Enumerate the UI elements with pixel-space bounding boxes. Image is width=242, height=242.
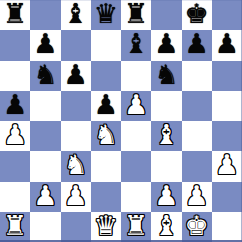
square-a8[interactable]: ♜ [0,0,30,30]
piece-black-pawn[interactable]: ♟ [94,91,118,120]
square-c8[interactable]: ♝ [61,0,91,30]
square-g2[interactable]: ♟ [182,182,212,212]
square-d7[interactable] [91,30,121,60]
piece-black-pawn[interactable]: ♟ [215,30,239,59]
piece-white-pawn[interactable]: ♟ [64,182,88,211]
square-b2[interactable]: ♟ [30,182,60,212]
piece-black-pawn[interactable]: ♟ [185,30,209,59]
square-e7[interactable]: ♝ [121,30,151,60]
square-f4[interactable]: ♝ [151,121,181,151]
square-b6[interactable]: ♞ [30,61,60,91]
square-b1[interactable] [30,212,60,242]
square-b8[interactable] [30,0,60,30]
piece-white-knight[interactable]: ♞ [64,151,88,180]
square-e6[interactable] [121,61,151,91]
square-h8[interactable] [212,0,242,30]
square-f3[interactable] [151,151,181,181]
square-e4[interactable] [121,121,151,151]
square-a3[interactable] [0,151,30,181]
square-a1[interactable]: ♜ [0,212,30,242]
square-g7[interactable]: ♟ [182,30,212,60]
piece-white-queen[interactable]: ♛ [94,212,118,241]
chess-board-wrapper: ♜♝♛♜♚♟♝♟♟♟♞♟♞♟♟♟♟♞♝♞♟♟♟♟♟♜♛♜♝♚ [0,0,242,242]
square-c2[interactable]: ♟ [61,182,91,212]
piece-white-pawn[interactable]: ♟ [124,91,148,120]
square-h1[interactable] [212,212,242,242]
square-h5[interactable] [212,91,242,121]
piece-black-bishop[interactable]: ♝ [124,30,148,59]
square-g3[interactable] [182,151,212,181]
square-c1[interactable] [61,212,91,242]
piece-black-queen[interactable]: ♛ [94,0,118,29]
piece-white-rook[interactable]: ♜ [3,212,27,241]
square-b4[interactable] [30,121,60,151]
piece-white-bishop[interactable]: ♝ [154,121,178,150]
piece-white-pawn[interactable]: ♟ [3,121,27,150]
piece-black-knight[interactable]: ♞ [33,61,57,90]
square-a6[interactable] [0,61,30,91]
square-b3[interactable] [30,151,60,181]
square-h4[interactable] [212,121,242,151]
square-d8[interactable]: ♛ [91,0,121,30]
square-d1[interactable]: ♛ [91,212,121,242]
square-h7[interactable]: ♟ [212,30,242,60]
square-f1[interactable]: ♝ [151,212,181,242]
piece-white-pawn[interactable]: ♟ [33,182,57,211]
square-f8[interactable] [151,0,181,30]
square-b5[interactable] [30,91,60,121]
square-f5[interactable] [151,91,181,121]
piece-white-pawn[interactable]: ♟ [154,182,178,211]
piece-black-knight[interactable]: ♞ [154,61,178,90]
square-b7[interactable]: ♟ [30,30,60,60]
piece-white-knight[interactable]: ♞ [94,121,118,150]
square-d3[interactable] [91,151,121,181]
square-h3[interactable]: ♟ [212,151,242,181]
square-e5[interactable]: ♟ [121,91,151,121]
square-c5[interactable] [61,91,91,121]
square-a2[interactable] [0,182,30,212]
square-e2[interactable] [121,182,151,212]
square-c3[interactable]: ♞ [61,151,91,181]
piece-white-bishop[interactable]: ♝ [154,212,178,241]
piece-black-pawn[interactable]: ♟ [154,30,178,59]
piece-black-king[interactable]: ♚ [185,0,209,29]
piece-black-rook[interactable]: ♜ [124,0,148,29]
piece-white-pawn[interactable]: ♟ [215,151,239,180]
square-e8[interactable]: ♜ [121,0,151,30]
square-c7[interactable] [61,30,91,60]
chess-board: ♜♝♛♜♚♟♝♟♟♟♞♟♞♟♟♟♟♞♝♞♟♟♟♟♟♜♛♜♝♚ [0,0,242,242]
square-h6[interactable] [212,61,242,91]
square-d6[interactable] [91,61,121,91]
square-d5[interactable]: ♟ [91,91,121,121]
square-e1[interactable]: ♜ [121,212,151,242]
piece-black-rook[interactable]: ♜ [3,0,27,29]
square-a4[interactable]: ♟ [0,121,30,151]
square-g6[interactable] [182,61,212,91]
square-c6[interactable]: ♟ [61,61,91,91]
square-a7[interactable] [0,30,30,60]
square-f7[interactable]: ♟ [151,30,181,60]
square-g1[interactable]: ♚ [182,212,212,242]
square-f2[interactable]: ♟ [151,182,181,212]
square-d2[interactable] [91,182,121,212]
piece-black-pawn[interactable]: ♟ [33,30,57,59]
piece-white-rook[interactable]: ♜ [124,212,148,241]
piece-black-bishop[interactable]: ♝ [64,0,88,29]
square-g8[interactable]: ♚ [182,0,212,30]
square-h2[interactable] [212,182,242,212]
square-f6[interactable]: ♞ [151,61,181,91]
square-e3[interactable] [121,151,151,181]
square-a5[interactable]: ♟ [0,91,30,121]
square-d4[interactable]: ♞ [91,121,121,151]
piece-white-king[interactable]: ♚ [185,212,209,241]
square-g4[interactable] [182,121,212,151]
piece-white-pawn[interactable]: ♟ [185,182,209,211]
piece-black-pawn[interactable]: ♟ [64,61,88,90]
square-c4[interactable] [61,121,91,151]
square-g5[interactable] [182,91,212,121]
piece-black-pawn[interactable]: ♟ [3,91,27,120]
